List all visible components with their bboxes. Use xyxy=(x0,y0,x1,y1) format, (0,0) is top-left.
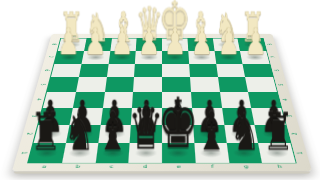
piece-glyph: ♟ xyxy=(191,23,213,60)
piece-white-pawn-h7: ♟ xyxy=(240,51,269,64)
file-label-bottom-f: f xyxy=(195,162,230,171)
piece-black-rook-a1: ♜ xyxy=(28,143,65,163)
piece-white-pawn-g7: ♟ xyxy=(214,51,243,64)
file-label-bottom-e: e xyxy=(162,162,196,171)
piece-glyph: ♝ xyxy=(196,105,227,158)
piece-glyph: ♞ xyxy=(230,107,260,158)
piece-glyph: ♚ xyxy=(158,89,199,158)
file-label-bottom-a: a xyxy=(26,162,62,171)
file-label-bottom-h: h xyxy=(262,162,298,171)
piece-glyph: ♝ xyxy=(97,105,128,158)
piece-glyph: ♟ xyxy=(138,23,160,60)
file-label-bottom-b: b xyxy=(60,162,95,171)
piece-glyph: ♟ xyxy=(111,23,133,60)
chess-board: aabbccddeeffgghh1122334455667788♜♞♝♛♚♝♞♜… xyxy=(12,34,312,172)
piece-glyph: ♞ xyxy=(64,107,94,158)
square-d6 xyxy=(134,64,162,78)
piece-black-knight-g1: ♞ xyxy=(226,143,262,163)
piece-glyph: ♜ xyxy=(31,106,62,158)
piece-white-pawn-f7: ♟ xyxy=(188,51,216,64)
file-label-bottom-g: g xyxy=(229,162,264,171)
piece-glyph: ♟ xyxy=(84,23,106,60)
file-label-bottom-c: c xyxy=(94,162,129,171)
square-b6 xyxy=(79,64,109,78)
piece-white-pawn-b7: ♟ xyxy=(81,51,110,64)
piece-glyph: ♟ xyxy=(164,23,186,60)
piece-black-rook-h1: ♜ xyxy=(258,143,295,163)
file-label-bottom-d: d xyxy=(128,162,162,171)
piece-white-pawn-c7: ♟ xyxy=(108,51,136,64)
square-g6 xyxy=(216,64,246,78)
piece-black-knight-b1: ♞ xyxy=(62,143,98,163)
square-a6 xyxy=(51,64,81,78)
piece-white-pawn-e7: ♟ xyxy=(162,51,189,64)
square-h6 xyxy=(243,64,273,78)
piece-glyph: ♟ xyxy=(244,23,266,60)
piece-black-bishop-c1: ♝ xyxy=(95,143,130,163)
piece-black-king-e1: ♚ xyxy=(162,143,195,163)
piece-black-bishop-f1: ♝ xyxy=(194,143,229,163)
piece-glyph: ♜ xyxy=(262,106,293,158)
piece-white-pawn-d7: ♟ xyxy=(135,51,162,64)
square-f6 xyxy=(189,64,218,78)
product-photo-stage: aabbccddeeffgghh1122334455667788♜♞♝♛♚♝♞♜… xyxy=(0,0,320,180)
piece-glyph: ♟ xyxy=(218,23,240,60)
square-e6 xyxy=(162,64,190,78)
square-c6 xyxy=(106,64,135,78)
board-scene: aabbccddeeffgghh1122334455667788♜♞♝♛♚♝♞♜… xyxy=(35,0,289,180)
piece-glyph: ♟ xyxy=(58,23,80,60)
